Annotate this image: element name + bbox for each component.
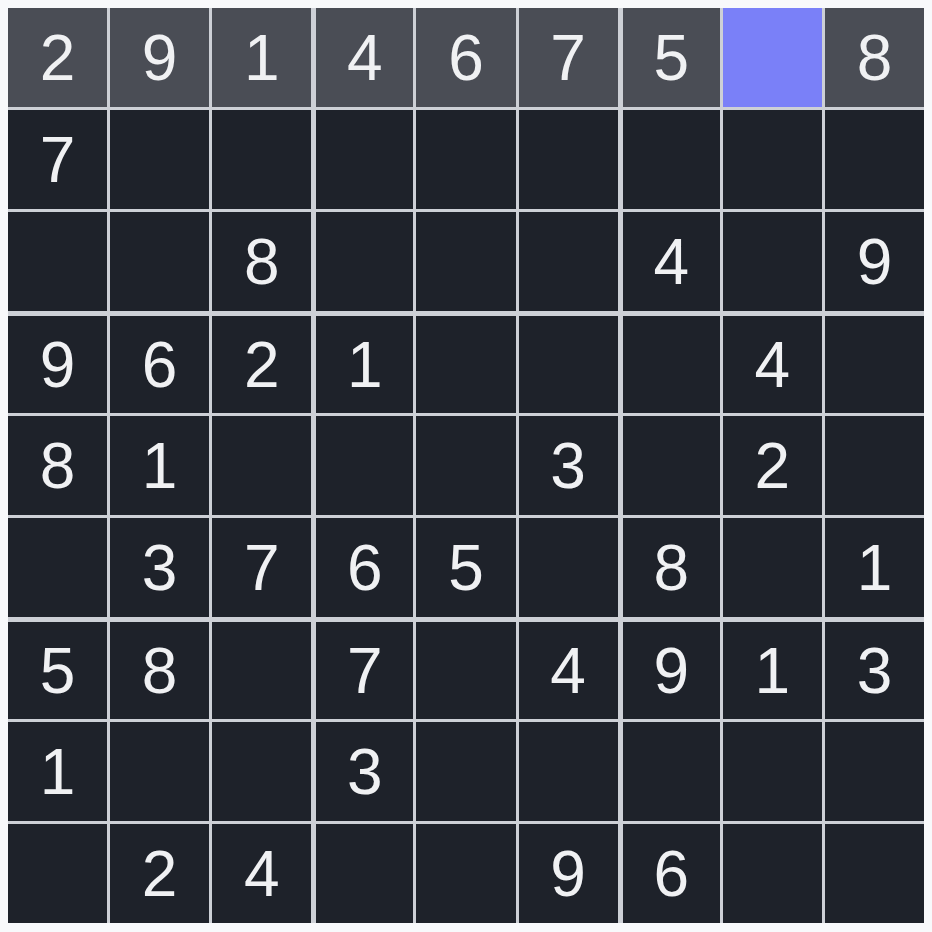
cell-r2c3[interactable] [212,110,311,209]
cell-r8c2[interactable] [110,722,209,821]
cell-r4c2[interactable]: 6 [110,314,209,413]
cell-r3c7[interactable]: 4 [621,212,720,311]
cell-r4c8[interactable]: 4 [723,314,822,413]
cell-r3c3[interactable]: 8 [212,212,311,311]
cell-r8c9[interactable] [825,722,924,821]
cell-r4c5[interactable] [416,314,515,413]
cell-r8c8[interactable] [723,722,822,821]
cell-r8c4[interactable]: 3 [314,722,413,821]
cell-r2c2[interactable] [110,110,209,209]
cell-r6c9[interactable]: 1 [825,518,924,617]
cell-r7c7[interactable]: 9 [621,620,720,719]
cell-r1c7[interactable]: 5 [621,8,720,107]
cell-r9c1[interactable] [8,824,107,923]
cell-r5c3[interactable] [212,416,311,515]
cell-r1c9[interactable]: 8 [825,8,924,107]
cell-r2c8[interactable] [723,110,822,209]
cell-r8c1[interactable]: 1 [8,722,107,821]
cell-r3c4[interactable] [314,212,413,311]
cell-r7c4[interactable]: 7 [314,620,413,719]
cell-r4c1[interactable]: 9 [8,314,107,413]
cell-r6c2[interactable]: 3 [110,518,209,617]
cell-r1c1[interactable]: 2 [8,8,107,107]
cell-r5c8[interactable]: 2 [723,416,822,515]
cell-r3c9[interactable]: 9 [825,212,924,311]
cell-r7c3[interactable] [212,620,311,719]
cell-r7c1[interactable]: 5 [8,620,107,719]
cell-r7c5[interactable] [416,620,515,719]
cell-r6c4[interactable]: 6 [314,518,413,617]
cell-r4c9[interactable] [825,314,924,413]
cell-r2c9[interactable] [825,110,924,209]
cell-r2c1[interactable]: 7 [8,110,107,209]
cell-r1c6[interactable]: 7 [519,8,618,107]
cell-r9c2[interactable]: 2 [110,824,209,923]
cell-r2c7[interactable] [621,110,720,209]
cell-r3c8[interactable] [723,212,822,311]
cell-r5c9[interactable] [825,416,924,515]
cell-r3c2[interactable] [110,212,209,311]
cell-r1c2[interactable]: 9 [110,8,209,107]
cell-r2c6[interactable] [519,110,618,209]
cell-r8c6[interactable] [519,722,618,821]
cell-r6c3[interactable]: 7 [212,518,311,617]
cell-r8c3[interactable] [212,722,311,821]
cell-r4c3[interactable]: 2 [212,314,311,413]
cell-r3c6[interactable] [519,212,618,311]
cell-r7c2[interactable]: 8 [110,620,209,719]
cell-r5c2[interactable]: 1 [110,416,209,515]
cell-r6c6[interactable] [519,518,618,617]
cell-r5c5[interactable] [416,416,515,515]
cell-r3c5[interactable] [416,212,515,311]
cell-r2c4[interactable] [314,110,413,209]
cell-r4c6[interactable] [519,314,618,413]
cell-r1c4[interactable]: 4 [314,8,413,107]
cell-r1c8[interactable] [723,8,822,107]
cell-r8c5[interactable] [416,722,515,821]
cell-r1c5[interactable]: 6 [416,8,515,107]
cell-r2c5[interactable] [416,110,515,209]
cell-r5c4[interactable] [314,416,413,515]
cell-r3c1[interactable] [8,212,107,311]
cell-r9c5[interactable] [416,824,515,923]
cell-r6c7[interactable]: 8 [621,518,720,617]
cell-r7c6[interactable]: 4 [519,620,618,719]
cell-r9c4[interactable] [314,824,413,923]
cell-r4c4[interactable]: 1 [314,314,413,413]
cell-r6c1[interactable] [8,518,107,617]
cell-r6c8[interactable] [723,518,822,617]
cell-r9c8[interactable] [723,824,822,923]
cell-r6c5[interactable]: 5 [416,518,515,617]
cell-r5c7[interactable] [621,416,720,515]
sudoku-board: 2914675878499621481323765815874913132496 [8,8,924,923]
cell-r4c7[interactable] [621,314,720,413]
cell-r9c3[interactable]: 4 [212,824,311,923]
cell-r9c9[interactable] [825,824,924,923]
cell-r1c3[interactable]: 1 [212,8,311,107]
cell-r9c6[interactable]: 9 [519,824,618,923]
cell-r5c6[interactable]: 3 [519,416,618,515]
cell-r5c1[interactable]: 8 [8,416,107,515]
cell-r9c7[interactable]: 6 [621,824,720,923]
cell-r7c9[interactable]: 3 [825,620,924,719]
cell-r7c8[interactable]: 1 [723,620,822,719]
cell-r8c7[interactable] [621,722,720,821]
